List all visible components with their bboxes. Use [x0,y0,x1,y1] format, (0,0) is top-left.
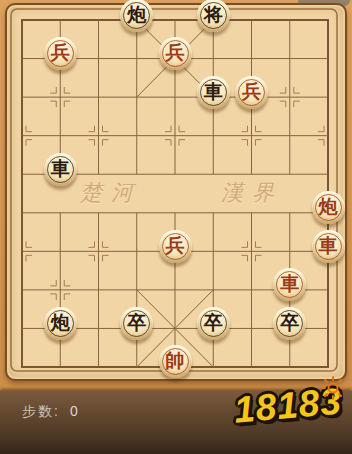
piece-black-cannon[interactable]: 炮 [44,307,77,340]
bottom-bar: 步数:0 18183 [0,391,352,454]
piece-glyph: 炮 [51,313,70,332]
piece-red-general[interactable]: 帥 [159,345,192,378]
piece-glyph: 卒 [280,313,299,332]
piece-black-chariot[interactable]: 車 [197,76,230,109]
piece-black-soldier[interactable]: 卒 [273,307,306,340]
piece-glyph: 車 [280,274,299,293]
piece-red-soldier[interactable]: 兵 [235,76,268,109]
piece-black-cannon[interactable]: 炮 [120,0,153,32]
game-screen: 楚河 漢界 炮将兵兵車兵車炮兵車車炮卒卒卒帥 步数:0 18183 [0,0,352,454]
piece-red-chariot[interactable]: 車 [312,230,345,263]
piece-red-cannon[interactable]: 炮 [312,191,345,224]
piece-red-soldier[interactable]: 兵 [159,37,192,70]
piece-black-soldier[interactable]: 卒 [197,307,230,340]
piece-glyph: 車 [51,159,70,178]
piece-glyph: 車 [204,82,223,101]
piece-glyph: 兵 [166,236,185,255]
piece-glyph: 兵 [51,43,70,62]
piece-glyph: 卒 [127,313,146,332]
piece-black-chariot[interactable]: 車 [44,153,77,186]
move-counter-label: 步数: [22,403,60,419]
piece-glyph: 車 [319,236,338,255]
sun-icon [320,375,346,401]
piece-red-soldier[interactable]: 兵 [44,37,77,70]
piece-glyph: 将 [204,5,223,24]
move-counter-value: 0 [70,403,80,419]
piece-black-soldier[interactable]: 卒 [120,307,153,340]
move-counter: 步数:0 [22,403,80,421]
piece-glyph: 帥 [166,351,185,370]
piece-glyph: 炮 [127,5,146,24]
piece-black-general[interactable]: 将 [197,0,230,32]
piece-glyph: 炮 [319,197,338,216]
river-label-right: 漢界 [221,181,283,205]
piece-red-soldier[interactable]: 兵 [159,230,192,263]
river-label-left: 楚河 [80,181,142,205]
piece-glyph: 兵 [166,43,185,62]
piece-glyph: 兵 [242,82,261,101]
piece-glyph: 卒 [204,313,223,332]
